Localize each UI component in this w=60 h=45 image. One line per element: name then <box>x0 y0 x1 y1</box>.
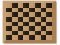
board-grid <box>6 3 52 40</box>
square-h1[interactable] <box>46 35 52 40</box>
photo-background: { "game": "chess", "position": "8/8/8/8/… <box>0 0 60 45</box>
chess-board <box>3 1 56 43</box>
